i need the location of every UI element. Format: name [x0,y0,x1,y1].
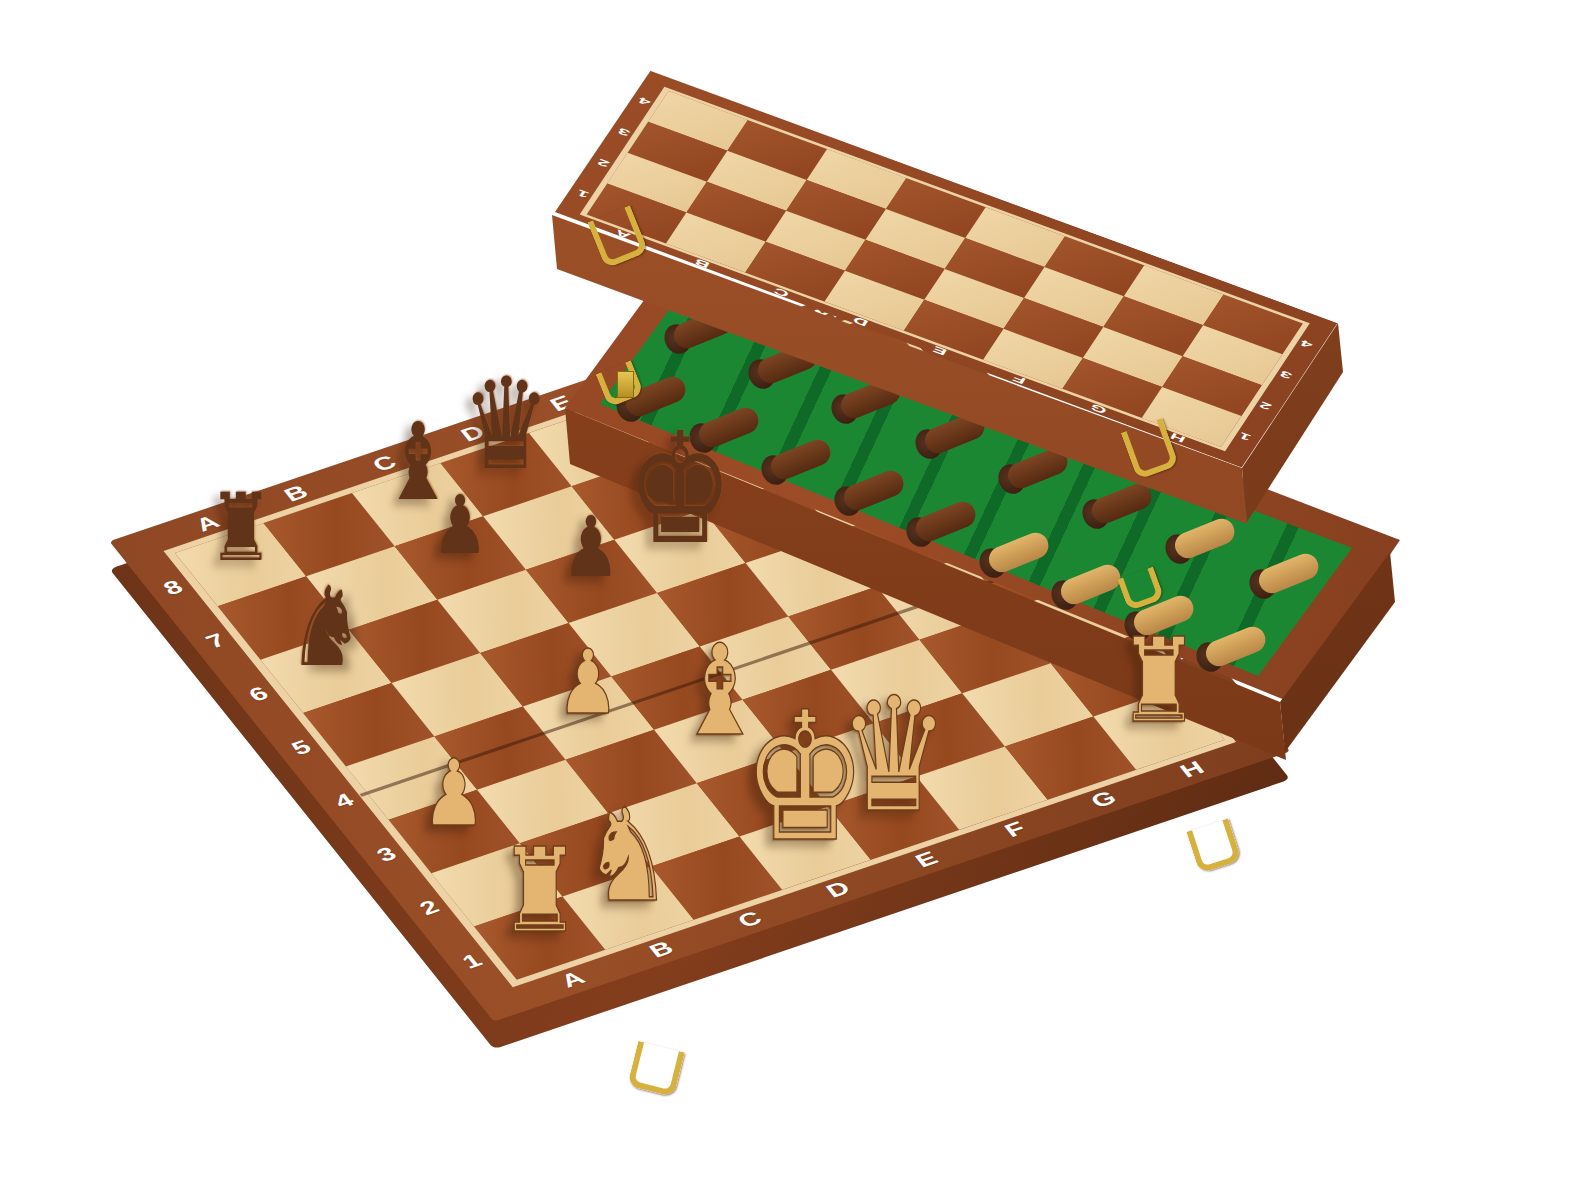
white-pawn-a3[interactable]: ♟ [422,749,486,841]
white-rook-a1[interactable]: ♜ [499,833,580,950]
black-pawn-d6[interactable]: ♟ [562,506,621,590]
white-knight-b1[interactable]: ♞ [583,793,673,921]
white-pawn-c4[interactable]: ♟ [557,638,619,727]
product-photo-chess-set: AABBCCDDEEFFGGHH8877665544332211 ABCDEFG… [0,0,1595,1200]
black-queen-d8[interactable]: ♛ [462,361,551,488]
black-pawn-c7[interactable]: ♟ [432,485,489,566]
black-knight-a6[interactable]: ♞ [287,572,364,682]
black-king-e6[interactable]: ♚ [626,414,733,567]
white-queen-e1[interactable]: ♛ [838,676,949,834]
white-rook-h1[interactable]: ♜ [1118,623,1199,740]
pieces-layer: ♜♝♛♟♞♟♚♟♟♝♜♞♚♛♜ [0,0,1595,1200]
black-rook-a8[interactable]: ♜ [208,481,273,574]
